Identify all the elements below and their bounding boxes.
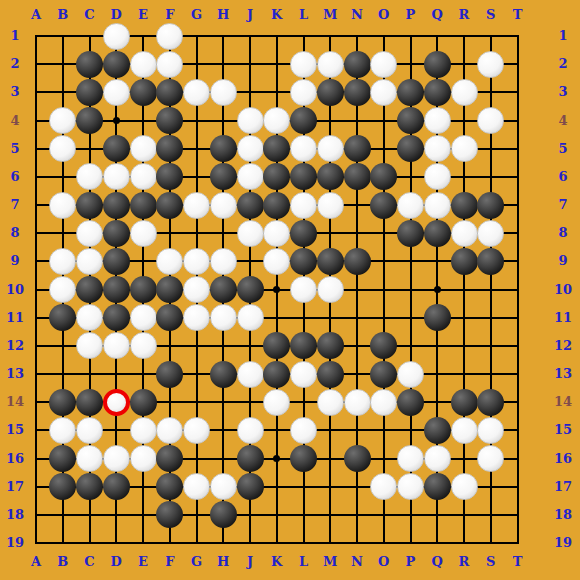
row-label-right: 5	[553, 141, 573, 157]
stone-white	[76, 163, 103, 190]
stone-white	[183, 473, 210, 500]
col-label-top: R	[454, 7, 474, 23]
stone-black	[156, 304, 183, 331]
row-label-right: 9	[553, 253, 573, 269]
stone-white	[317, 389, 344, 416]
row-label-right: 15	[553, 422, 573, 438]
stone-white	[210, 192, 237, 219]
stone-black	[397, 220, 424, 247]
stone-black	[130, 79, 157, 106]
row-label-right: 4	[553, 113, 573, 129]
row-label-left: 13	[5, 366, 25, 382]
row-label-left: 19	[5, 535, 25, 551]
stone-white	[344, 389, 371, 416]
row-label-right: 12	[553, 338, 573, 354]
stone-black	[156, 473, 183, 500]
stone-black	[477, 248, 504, 275]
stone-white	[424, 445, 451, 472]
col-label-top: C	[80, 7, 100, 23]
stone-white	[424, 135, 451, 162]
grid-line-h	[35, 514, 519, 516]
col-label-top: D	[106, 7, 126, 23]
stone-white	[49, 135, 76, 162]
stone-black	[156, 445, 183, 472]
stone-black	[370, 332, 397, 359]
col-label-top: M	[320, 7, 340, 23]
stone-black	[76, 192, 103, 219]
stone-black	[76, 276, 103, 303]
stone-black	[156, 361, 183, 388]
stone-white	[317, 276, 344, 303]
stone-black	[130, 192, 157, 219]
stone-white	[263, 389, 290, 416]
stone-black	[317, 163, 344, 190]
stone-white	[477, 220, 504, 247]
stone-white	[210, 248, 237, 275]
col-label-bottom: P	[401, 554, 421, 570]
stone-black	[477, 389, 504, 416]
col-label-bottom: B	[53, 554, 73, 570]
col-label-bottom: Q	[427, 554, 447, 570]
stone-black	[103, 276, 130, 303]
grid-line-v	[383, 35, 385, 544]
stone-black	[103, 304, 130, 331]
stone-white	[397, 473, 424, 500]
stone-black	[397, 79, 424, 106]
stone-white	[237, 417, 264, 444]
col-label-bottom: O	[374, 554, 394, 570]
stone-white	[156, 248, 183, 275]
stone-white	[237, 361, 264, 388]
stone-black	[103, 248, 130, 275]
stone-black	[76, 473, 103, 500]
stone-white	[103, 79, 130, 106]
col-label-top: P	[401, 7, 421, 23]
col-label-bottom: F	[160, 554, 180, 570]
stone-white	[424, 163, 451, 190]
row-label-left: 10	[5, 282, 25, 298]
stone-white	[183, 304, 210, 331]
stone-black	[263, 332, 290, 359]
grid-line-h	[35, 542, 519, 544]
stone-white	[370, 51, 397, 78]
stone-black	[210, 276, 237, 303]
col-label-bottom: T	[508, 554, 528, 570]
row-label-right: 13	[553, 366, 573, 382]
stone-white	[210, 473, 237, 500]
grid-line-v	[517, 35, 519, 544]
stone-black	[397, 389, 424, 416]
stone-white	[451, 220, 478, 247]
stone-white	[130, 51, 157, 78]
stone-white	[317, 135, 344, 162]
stone-white	[130, 417, 157, 444]
col-label-bottom: R	[454, 554, 474, 570]
stone-white	[183, 192, 210, 219]
stone-black	[156, 192, 183, 219]
stone-white	[76, 332, 103, 359]
stone-black	[290, 445, 317, 472]
stone-white	[49, 192, 76, 219]
col-label-top: K	[267, 7, 287, 23]
row-label-left: 9	[5, 253, 25, 269]
stone-black	[290, 332, 317, 359]
stone-white	[156, 417, 183, 444]
stone-white	[317, 192, 344, 219]
stone-black	[317, 361, 344, 388]
col-label-bottom: S	[481, 554, 501, 570]
stone-white	[183, 276, 210, 303]
stone-white	[156, 23, 183, 50]
col-label-bottom: A	[26, 554, 46, 570]
stone-black	[156, 163, 183, 190]
col-label-bottom: D	[106, 554, 126, 570]
stone-black	[424, 220, 451, 247]
stone-white	[290, 51, 317, 78]
stone-white	[237, 163, 264, 190]
stone-black	[397, 107, 424, 134]
stone-white	[49, 276, 76, 303]
stone-black	[210, 135, 237, 162]
stone-white	[183, 248, 210, 275]
stone-black	[156, 501, 183, 528]
stone-black	[397, 135, 424, 162]
col-label-top: A	[26, 7, 46, 23]
stone-white	[290, 276, 317, 303]
stone-black	[103, 473, 130, 500]
stone-black	[451, 192, 478, 219]
col-label-top: N	[347, 7, 367, 23]
row-label-right: 6	[553, 169, 573, 185]
stone-black	[424, 417, 451, 444]
stone-white	[397, 192, 424, 219]
stone-white	[451, 79, 478, 106]
stone-black	[103, 135, 130, 162]
col-label-bottom: E	[133, 554, 153, 570]
stone-black	[49, 389, 76, 416]
row-label-right: 19	[553, 535, 573, 551]
stone-black	[103, 220, 130, 247]
row-label-left: 12	[5, 338, 25, 354]
stone-white	[477, 417, 504, 444]
stone-white	[317, 51, 344, 78]
stone-white	[103, 23, 130, 50]
stone-black	[49, 445, 76, 472]
stone-white	[290, 135, 317, 162]
stone-black	[344, 445, 371, 472]
stone-black	[344, 51, 371, 78]
row-label-left: 18	[5, 507, 25, 523]
row-label-right: 17	[553, 479, 573, 495]
stone-black	[317, 79, 344, 106]
stone-white	[76, 445, 103, 472]
stone-white	[451, 135, 478, 162]
stone-black	[290, 163, 317, 190]
stone-black	[344, 79, 371, 106]
stone-black	[156, 79, 183, 106]
col-label-top: E	[133, 7, 153, 23]
col-label-top: T	[508, 7, 528, 23]
stone-white	[103, 445, 130, 472]
stone-black	[210, 501, 237, 528]
stone-black	[317, 248, 344, 275]
row-label-left: 6	[5, 169, 25, 185]
col-label-bottom: K	[267, 554, 287, 570]
row-label-right: 18	[553, 507, 573, 523]
row-label-left: 14	[5, 394, 25, 410]
stone-black	[156, 107, 183, 134]
stone-black	[49, 304, 76, 331]
stone-white	[183, 417, 210, 444]
stone-black	[263, 361, 290, 388]
row-label-left: 2	[5, 56, 25, 72]
row-label-left: 17	[5, 479, 25, 495]
stone-black	[451, 389, 478, 416]
stone-white	[290, 192, 317, 219]
stone-white	[76, 248, 103, 275]
row-label-right: 10	[553, 282, 573, 298]
stone-black	[156, 135, 183, 162]
stone-white	[156, 51, 183, 78]
row-label-right: 11	[553, 310, 573, 326]
col-label-top: F	[160, 7, 180, 23]
star-point	[273, 455, 280, 462]
col-label-bottom: G	[187, 554, 207, 570]
stone-black	[130, 389, 157, 416]
col-label-bottom: J	[240, 554, 260, 570]
col-label-top: L	[294, 7, 314, 23]
stone-white	[451, 473, 478, 500]
stone-black	[290, 248, 317, 275]
row-label-right: 16	[553, 451, 573, 467]
stone-black	[290, 220, 317, 247]
stone-black	[130, 276, 157, 303]
stone-white	[130, 332, 157, 359]
stone-black	[344, 163, 371, 190]
col-label-bottom: C	[80, 554, 100, 570]
row-label-left: 7	[5, 197, 25, 213]
stone-white	[130, 163, 157, 190]
stone-black	[370, 361, 397, 388]
col-label-top: B	[53, 7, 73, 23]
col-label-bottom: H	[213, 554, 233, 570]
stone-black	[76, 389, 103, 416]
stone-black	[103, 192, 130, 219]
col-label-bottom: N	[347, 554, 367, 570]
stone-black	[477, 192, 504, 219]
col-label-top: S	[481, 7, 501, 23]
stone-white	[237, 107, 264, 134]
col-label-top: H	[213, 7, 233, 23]
row-label-right: 14	[553, 394, 573, 410]
stone-white	[237, 304, 264, 331]
stone-black	[370, 163, 397, 190]
stone-black	[76, 51, 103, 78]
col-label-top: O	[374, 7, 394, 23]
col-label-top: J	[240, 7, 260, 23]
stone-black	[237, 192, 264, 219]
stone-white	[76, 220, 103, 247]
row-label-left: 1	[5, 28, 25, 44]
grid-line-v	[463, 35, 465, 544]
stone-white	[130, 304, 157, 331]
row-label-left: 8	[5, 225, 25, 241]
stone-black	[103, 51, 130, 78]
stone-white	[130, 135, 157, 162]
stone-white	[237, 135, 264, 162]
stone-white	[290, 361, 317, 388]
row-label-right: 7	[553, 197, 573, 213]
stone-white	[370, 473, 397, 500]
row-label-left: 3	[5, 84, 25, 100]
stone-black	[237, 276, 264, 303]
col-label-top: G	[187, 7, 207, 23]
stone-white	[210, 79, 237, 106]
stone-white	[76, 304, 103, 331]
stone-black	[210, 361, 237, 388]
stone-white	[263, 248, 290, 275]
stone-white	[477, 51, 504, 78]
stone-black	[76, 107, 103, 134]
stone-white	[290, 79, 317, 106]
stone-white	[263, 107, 290, 134]
col-label-top: Q	[427, 7, 447, 23]
stone-white	[477, 107, 504, 134]
row-label-right: 2	[553, 56, 573, 72]
stone-white	[130, 445, 157, 472]
stone-black	[237, 445, 264, 472]
stone-black	[263, 163, 290, 190]
stone-white	[477, 445, 504, 472]
stone-black	[370, 192, 397, 219]
row-label-left: 16	[5, 451, 25, 467]
stone-white	[370, 79, 397, 106]
last-move-marker	[103, 389, 130, 416]
row-label-right: 3	[553, 84, 573, 100]
stone-white	[370, 389, 397, 416]
stone-white	[49, 107, 76, 134]
stone-black	[210, 163, 237, 190]
stone-black	[424, 51, 451, 78]
stone-black	[424, 473, 451, 500]
stone-black	[424, 304, 451, 331]
stone-black	[263, 192, 290, 219]
stone-white	[49, 417, 76, 444]
stone-white	[76, 417, 103, 444]
stone-white	[237, 220, 264, 247]
goban[interactable]: AA11BB22CC33DD44EE55FF66GG77HH88JJ99KK10…	[0, 0, 580, 580]
stone-white	[397, 445, 424, 472]
row-label-left: 5	[5, 141, 25, 157]
row-label-left: 11	[5, 310, 25, 326]
star-point	[434, 286, 441, 293]
stone-black	[237, 473, 264, 500]
stone-white	[103, 163, 130, 190]
stone-white	[210, 304, 237, 331]
stone-white	[130, 220, 157, 247]
star-point	[113, 117, 120, 124]
row-label-left: 4	[5, 113, 25, 129]
stone-black	[290, 107, 317, 134]
stone-black	[317, 332, 344, 359]
stone-black	[451, 248, 478, 275]
col-label-bottom: M	[320, 554, 340, 570]
row-label-left: 15	[5, 422, 25, 438]
stone-black	[49, 473, 76, 500]
stone-white	[424, 107, 451, 134]
stone-white	[397, 361, 424, 388]
stone-black	[344, 135, 371, 162]
stone-white	[290, 417, 317, 444]
stone-white	[183, 79, 210, 106]
stone-white	[49, 248, 76, 275]
stone-black	[156, 276, 183, 303]
stone-white	[263, 220, 290, 247]
row-label-right: 1	[553, 28, 573, 44]
stone-black	[344, 248, 371, 275]
row-label-right: 8	[553, 225, 573, 241]
stone-black	[263, 135, 290, 162]
stone-white	[424, 192, 451, 219]
stone-white	[451, 417, 478, 444]
col-label-bottom: L	[294, 554, 314, 570]
stone-black	[76, 79, 103, 106]
stone-black	[424, 79, 451, 106]
star-point	[273, 286, 280, 293]
stone-white	[103, 332, 130, 359]
